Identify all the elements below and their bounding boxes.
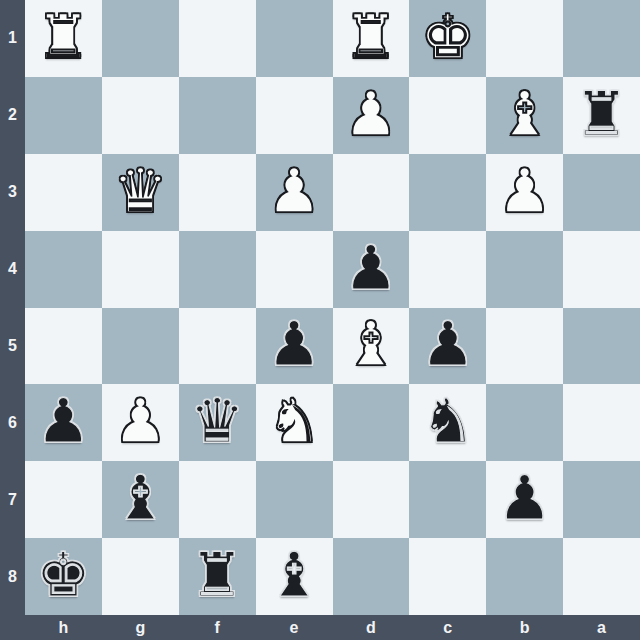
rank-label-4: 4 [0, 231, 25, 308]
square-e2[interactable] [256, 77, 333, 154]
square-b8[interactable] [486, 538, 563, 615]
rank-coordinate-strip: 12345678 [0, 0, 25, 640]
square-g6[interactable]: ♟ [102, 384, 179, 461]
file-label-d: d [333, 615, 410, 640]
square-g1[interactable] [102, 0, 179, 77]
file-label-a: a [563, 615, 640, 640]
piece-black-knight-c6[interactable]: ♞ [420, 390, 475, 451]
square-g7[interactable]: ♝ [102, 461, 179, 538]
square-d4[interactable]: ♟ [333, 231, 410, 308]
square-c5[interactable]: ♟ [409, 308, 486, 385]
square-a2[interactable]: ♜ [563, 77, 640, 154]
square-a1[interactable] [563, 0, 640, 77]
square-c4[interactable] [409, 231, 486, 308]
square-f5[interactable] [179, 308, 256, 385]
piece-white-pawn-b3[interactable]: ♟ [497, 160, 552, 221]
file-label-h: h [25, 615, 102, 640]
square-f6[interactable]: ♛ [179, 384, 256, 461]
chessboard: ♜♜♚♟♝♜♛♟♟♟♟♝♟♟♟♛♞♞♝♟♚♜♝ [25, 0, 640, 615]
square-c3[interactable] [409, 154, 486, 231]
square-e8[interactable]: ♝ [256, 538, 333, 615]
square-e1[interactable] [256, 0, 333, 77]
piece-black-bishop-g7[interactable]: ♝ [113, 467, 168, 528]
square-f7[interactable] [179, 461, 256, 538]
square-b2[interactable]: ♝ [486, 77, 563, 154]
square-h6[interactable]: ♟ [25, 384, 102, 461]
square-a5[interactable] [563, 308, 640, 385]
square-c7[interactable] [409, 461, 486, 538]
square-f2[interactable] [179, 77, 256, 154]
rank-label-2: 2 [0, 77, 25, 154]
square-d2[interactable]: ♟ [333, 77, 410, 154]
piece-white-queen-g3[interactable]: ♛ [113, 160, 168, 221]
square-e3[interactable]: ♟ [256, 154, 333, 231]
piece-white-bishop-d5[interactable]: ♝ [344, 313, 399, 374]
square-f3[interactable] [179, 154, 256, 231]
file-label-e: e [256, 615, 333, 640]
rank-label-1: 1 [0, 0, 25, 77]
piece-black-pawn-d4[interactable]: ♟ [344, 237, 399, 298]
piece-black-pawn-c5[interactable]: ♟ [420, 313, 475, 374]
square-c2[interactable] [409, 77, 486, 154]
file-label-f: f [179, 615, 256, 640]
chess-diagram: ♜♜♚♟♝♜♛♟♟♟♟♝♟♟♟♛♞♞♝♟♚♜♝ 12345678 hgfedcb… [0, 0, 640, 640]
piece-white-knight-e6[interactable]: ♞ [267, 390, 322, 451]
square-a8[interactable] [563, 538, 640, 615]
piece-black-pawn-b7[interactable]: ♟ [497, 467, 552, 528]
square-a3[interactable] [563, 154, 640, 231]
square-c8[interactable] [409, 538, 486, 615]
square-f1[interactable] [179, 0, 256, 77]
square-b7[interactable]: ♟ [486, 461, 563, 538]
square-h3[interactable] [25, 154, 102, 231]
square-g5[interactable] [102, 308, 179, 385]
piece-white-king-c1[interactable]: ♚ [420, 6, 475, 67]
square-c6[interactable]: ♞ [409, 384, 486, 461]
piece-white-rook-h1[interactable]: ♜ [36, 6, 91, 67]
piece-white-pawn-g6[interactable]: ♟ [113, 390, 168, 451]
piece-black-bishop-e8[interactable]: ♝ [267, 544, 322, 605]
rank-label-5: 5 [0, 308, 25, 385]
square-e6[interactable]: ♞ [256, 384, 333, 461]
rank-label-6: 6 [0, 384, 25, 461]
square-h5[interactable] [25, 308, 102, 385]
square-e4[interactable] [256, 231, 333, 308]
square-a6[interactable] [563, 384, 640, 461]
square-e7[interactable] [256, 461, 333, 538]
square-b6[interactable] [486, 384, 563, 461]
rank-label-7: 7 [0, 461, 25, 538]
square-d8[interactable] [333, 538, 410, 615]
file-label-c: c [409, 615, 486, 640]
piece-black-rook-a2[interactable]: ♜ [574, 83, 629, 144]
piece-white-rook-d1[interactable]: ♜ [344, 6, 399, 67]
square-g2[interactable] [102, 77, 179, 154]
square-b3[interactable]: ♟ [486, 154, 563, 231]
square-h2[interactable] [25, 77, 102, 154]
piece-black-pawn-h6[interactable]: ♟ [36, 390, 91, 451]
square-g8[interactable] [102, 538, 179, 615]
file-coordinate-strip: hgfedcba [0, 615, 640, 640]
square-h1[interactable]: ♜ [25, 0, 102, 77]
square-a4[interactable] [563, 231, 640, 308]
square-d6[interactable] [333, 384, 410, 461]
square-b1[interactable] [486, 0, 563, 77]
square-b4[interactable] [486, 231, 563, 308]
piece-white-pawn-d2[interactable]: ♟ [344, 83, 399, 144]
square-c1[interactable]: ♚ [409, 0, 486, 77]
square-g4[interactable] [102, 231, 179, 308]
piece-black-king-h8[interactable]: ♚ [36, 544, 91, 605]
square-d7[interactable] [333, 461, 410, 538]
piece-black-rook-f8[interactable]: ♜ [190, 544, 245, 605]
file-label-g: g [102, 615, 179, 640]
square-d3[interactable] [333, 154, 410, 231]
square-b5[interactable] [486, 308, 563, 385]
piece-black-queen-f6[interactable]: ♛ [190, 390, 245, 451]
square-e5[interactable]: ♟ [256, 308, 333, 385]
square-h7[interactable] [25, 461, 102, 538]
file-label-b: b [486, 615, 563, 640]
square-d5[interactable]: ♝ [333, 308, 410, 385]
square-g3[interactable]: ♛ [102, 154, 179, 231]
rank-label-8: 8 [0, 538, 25, 615]
square-f4[interactable] [179, 231, 256, 308]
rank-label-3: 3 [0, 154, 25, 231]
piece-white-pawn-e3[interactable]: ♟ [267, 160, 322, 221]
piece-black-pawn-e5[interactable]: ♟ [267, 313, 322, 374]
square-d1[interactable]: ♜ [333, 0, 410, 77]
square-h4[interactable] [25, 231, 102, 308]
square-f8[interactable]: ♜ [179, 538, 256, 615]
square-a7[interactable] [563, 461, 640, 538]
piece-white-bishop-b2[interactable]: ♝ [497, 83, 552, 144]
square-h8[interactable]: ♚ [25, 538, 102, 615]
